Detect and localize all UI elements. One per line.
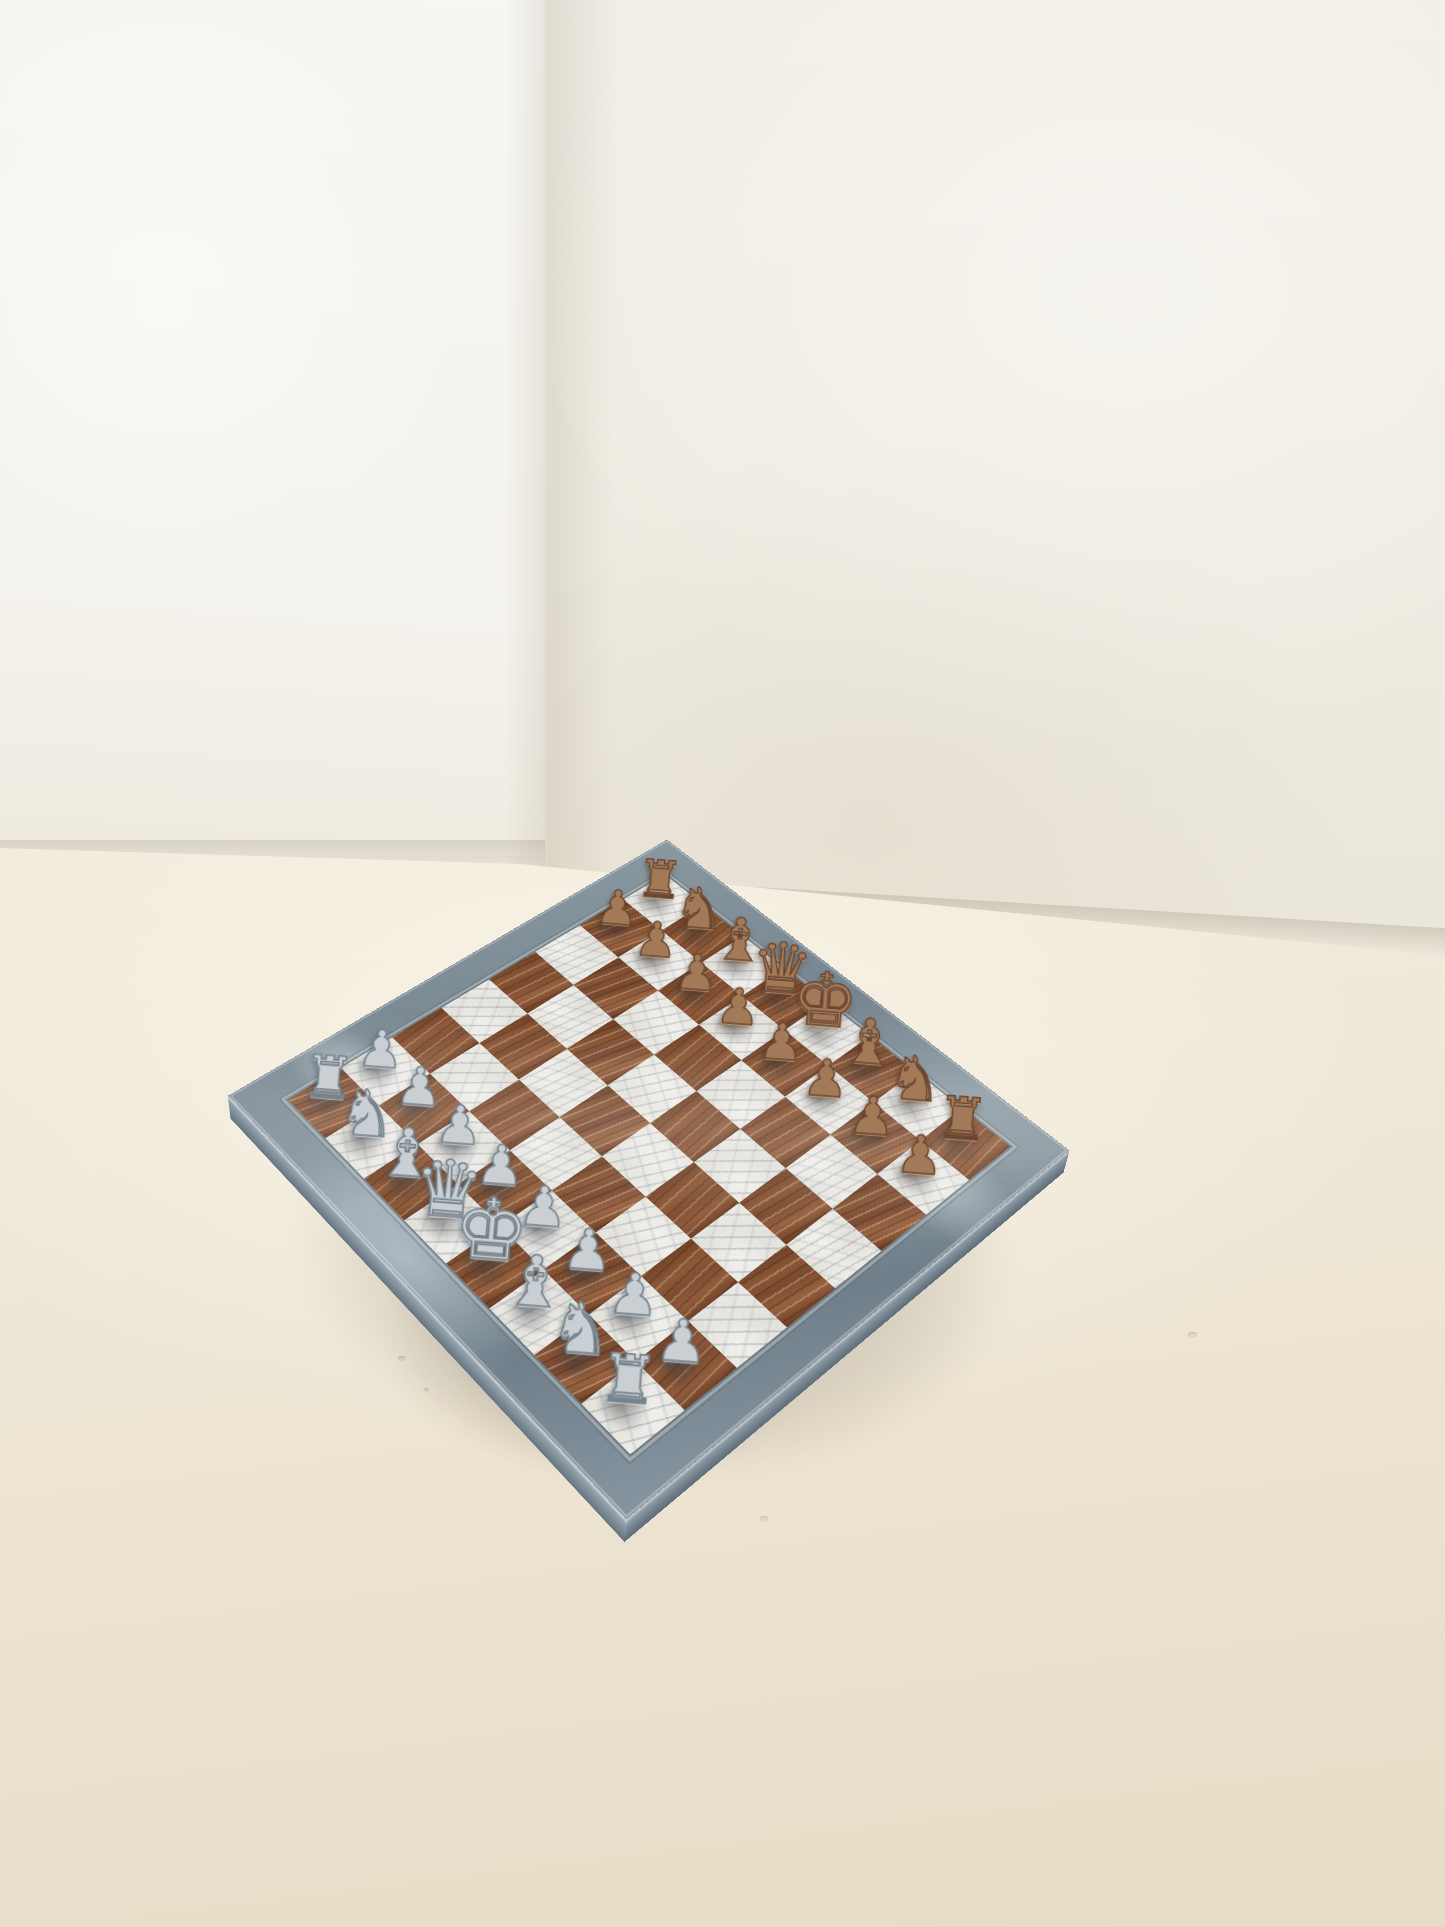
board-grid: ♜♞♝♛♚♝♞♜♟♟♟♟♟♟♟♟♟♟♟♟♟♟♟♟♜♞♝♛♚♝♞♜ — [287, 874, 1010, 1454]
board-scene: ♜♞♝♛♚♝♞♜♟♟♟♟♟♟♟♟♟♟♟♟♟♟♟♟♜♞♝♛♚♝♞♜ — [0, 221, 1436, 1927]
board-frame: ♜♞♝♛♚♝♞♜♟♟♟♟♟♟♟♟♟♟♟♟♟♟♟♟♜♞♝♛♚♝♞♜ — [228, 839, 1069, 1519]
square-h1[interactable]: ♜ — [581, 1362, 684, 1455]
white-r-glyph: ♜ — [557, 1341, 699, 1418]
chess-board: ♜♞♝♛♚♝♞♜♟♟♟♟♟♟♟♟♟♟♟♟♟♟♟♟♜♞♝♛♚♝♞♜ — [228, 839, 1069, 1519]
photo-stage: ♜♞♝♛♚♝♞♜♟♟♟♟♟♟♟♟♟♟♟♟♟♟♟♟♜♞♝♛♚♝♞♜ — [0, 0, 1445, 1927]
black-p-glyph: ♟ — [856, 1124, 982, 1186]
piece-wR-h1[interactable]: ♜ — [581, 1362, 684, 1455]
